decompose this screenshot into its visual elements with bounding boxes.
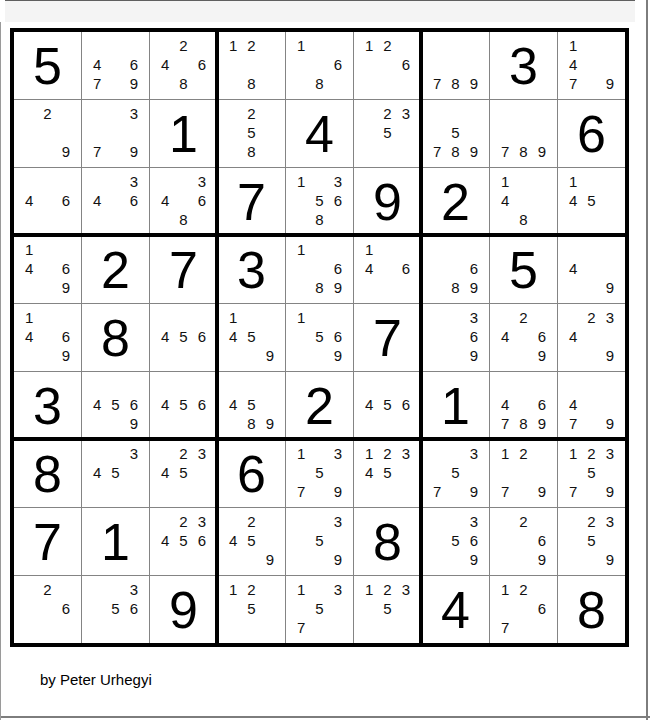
cell-r6c7[interactable]: 1 [422,372,489,439]
cell-r6c8[interactable]: 46789 [490,372,557,439]
candidate-digit: 4 [569,57,577,72]
big-digit: 7 [169,244,198,296]
candidate-digit: 2 [43,582,51,597]
candidate-digit: 6 [198,193,206,208]
candidate-digit: 1 [297,38,305,53]
big-digit: 7 [33,516,62,568]
cell-r1c5[interactable]: 168 [286,32,353,99]
candidate-digit: 6 [334,261,342,276]
cell-r8c6[interactable]: 8 [354,508,421,575]
big-digit: 7 [237,176,266,228]
candidate-digit: 8 [179,76,187,91]
candidate-digit: 4 [93,397,101,412]
cell-r8c8[interactable]: 269 [490,508,557,575]
top-strip [5,0,635,22]
candidate-digit: 2 [247,582,255,597]
cell-r7c3[interactable]: 2345 [150,440,217,507]
cell-r3c6[interactable]: 9 [354,168,421,235]
candidate-digit: 2 [383,38,391,53]
candidate-digit: 6 [334,57,342,72]
candidate-digit: 6 [130,193,138,208]
candidate-digit: 4 [569,261,577,276]
candidate-digit: 9 [606,484,614,499]
candidate-digit: 6 [538,601,546,616]
candidate-digit: 1 [501,446,509,461]
candidate-digit: 9 [62,348,70,363]
candidate-digit: 1 [297,174,305,189]
candidate-digit: 8 [519,144,527,159]
candidate-digit: 5 [247,125,255,140]
candidate-digit: 9 [130,144,138,159]
candidate-digit: 4 [93,465,101,480]
candidate-digit: 5 [179,465,187,480]
candidate-digit: 3 [334,514,342,529]
candidate-digit: 9 [470,144,478,159]
author-caption: by Peter Urhegyi [40,671,152,688]
candidate-digit: 2 [383,582,391,597]
cell-r7c4[interactable]: 6 [218,440,285,507]
cell-r4c7[interactable]: 689 [422,236,489,303]
cell-r9c7[interactable]: 4 [422,576,489,643]
candidate-digit: 6 [470,533,478,548]
candidate-digit: 3 [130,174,138,189]
candidate-digit: 1 [365,446,373,461]
candidate-digit: 9 [470,484,478,499]
candidate-digit: 7 [569,416,577,431]
candidate-digit: 3 [606,514,614,529]
candidate-digit: 2 [383,446,391,461]
candidate-digit: 9 [334,280,342,295]
candidate-digit: 7 [501,620,509,635]
candidate-digit: 4 [501,193,509,208]
candidate-digit: 7 [569,484,577,499]
candidate-digit: 2 [587,446,595,461]
candidate-digit: 6 [62,601,70,616]
candidate-digit: 6 [198,329,206,344]
candidate-digit: 2 [247,514,255,529]
frame-bottom-border [0,716,650,718]
candidate-digit: 4 [161,329,169,344]
candidate-digit: 3 [402,106,410,121]
candidate-digit: 5 [315,601,323,616]
cell-r3c4[interactable]: 7 [218,168,285,235]
cell-r6c4[interactable]: 4589 [218,372,285,439]
cell-r8c3[interactable]: 23456 [150,508,217,575]
candidate-digit: 9 [538,144,546,159]
candidate-digit: 2 [179,38,187,53]
big-digit: 1 [101,516,130,568]
sudoku-grid: 5467924681281681267893147929379125842355… [10,28,629,647]
candidate-digit: 4 [501,329,509,344]
cell-r1c1[interactable]: 5 [14,32,81,99]
big-digit: 4 [441,584,470,636]
box-separator-vertical-1 [215,28,219,647]
cell-r7c6[interactable]: 12345 [354,440,421,507]
big-digit: 8 [101,312,130,364]
candidate-digit: 9 [606,552,614,567]
cell-r5c6[interactable]: 7 [354,304,421,371]
cell-r8c9[interactable]: 2359 [558,508,625,575]
big-digit: 3 [237,244,266,296]
candidate-digit: 9 [470,552,478,567]
cell-r6c3[interactable]: 456 [150,372,217,439]
cell-r4c3[interactable]: 7 [150,236,217,303]
candidate-digit: 5 [587,193,595,208]
candidate-digit: 4 [569,329,577,344]
cell-r4c4[interactable]: 3 [218,236,285,303]
cell-r8c1[interactable]: 7 [14,508,81,575]
candidate-digit: 5 [111,465,119,480]
candidate-digit: 9 [606,416,614,431]
candidate-digit: 3 [470,310,478,325]
big-digit: 5 [509,244,538,296]
candidate-digit: 1 [569,38,577,53]
candidate-digit: 3 [130,106,138,121]
big-digit: 8 [33,448,62,500]
candidate-digit: 9 [470,76,478,91]
candidate-digit: 6 [62,261,70,276]
candidate-digit: 7 [297,620,305,635]
candidate-digit: 9 [266,348,274,363]
cell-r8c4[interactable]: 2459 [218,508,285,575]
cell-r9c6[interactable]: 1235 [354,576,421,643]
candidate-digit: 6 [402,397,410,412]
candidate-digit: 4 [161,57,169,72]
cell-r4c5[interactable]: 1689 [286,236,353,303]
cell-r7c2[interactable]: 345 [82,440,149,507]
cell-r5c7[interactable]: 369 [422,304,489,371]
candidate-digit: 1 [569,174,577,189]
candidate-digit: 2 [587,310,595,325]
candidate-digit: 5 [315,465,323,480]
cell-r1c3[interactable]: 2468 [150,32,217,99]
candidate-digit: 6 [62,193,70,208]
candidate-digit: 3 [130,582,138,597]
candidate-digit: 6 [62,329,70,344]
cell-r2c9[interactable]: 6 [558,100,625,167]
big-digit: 8 [577,584,606,636]
candidate-digit: 1 [25,310,33,325]
candidate-digit: 9 [130,76,138,91]
candidate-digit: 9 [606,348,614,363]
candidate-digit: 2 [519,310,527,325]
big-digit: 1 [169,108,198,160]
candidate-digit: 2 [43,106,51,121]
cell-r2c3[interactable]: 1 [150,100,217,167]
cell-r2c8[interactable]: 789 [490,100,557,167]
candidate-digit: 9 [606,280,614,295]
candidate-digit: 8 [179,212,187,227]
candidate-digit: 6 [130,397,138,412]
candidate-digit: 4 [161,533,169,548]
candidate-digit: 8 [519,212,527,227]
candidate-digit: 5 [315,329,323,344]
cell-r9c8[interactable]: 1267 [490,576,557,643]
cell-r6c9[interactable]: 479 [558,372,625,439]
cell-r3c5[interactable]: 13568 [286,168,353,235]
candidate-digit: 1 [229,310,237,325]
cell-r2c5[interactable]: 4 [286,100,353,167]
candidate-digit: 3 [606,446,614,461]
big-digit: 2 [441,176,470,228]
candidate-digit: 9 [470,280,478,295]
candidate-digit: 5 [383,465,391,480]
candidate-digit: 4 [569,193,577,208]
candidate-digit: 9 [606,76,614,91]
candidate-digit: 9 [538,484,546,499]
cell-r9c2[interactable]: 356 [82,576,149,643]
candidate-digit: 4 [229,329,237,344]
big-digit: 9 [373,176,402,228]
candidate-digit: 2 [519,514,527,529]
cell-r7c1[interactable]: 8 [14,440,81,507]
candidate-digit: 9 [334,348,342,363]
candidate-digit: 6 [402,261,410,276]
candidate-digit: 2 [179,514,187,529]
big-digit: 2 [101,244,130,296]
cell-r1c4[interactable]: 128 [218,32,285,99]
candidate-digit: 2 [519,582,527,597]
candidate-digit: 1 [365,38,373,53]
cell-r3c2[interactable]: 346 [82,168,149,235]
candidate-digit: 9 [538,348,546,363]
candidate-digit: 6 [334,193,342,208]
candidate-digit: 4 [229,533,237,548]
candidate-digit: 6 [538,329,546,344]
cell-r5c1[interactable]: 1469 [14,304,81,371]
cell-r5c2[interactable]: 8 [82,304,149,371]
cell-r7c7[interactable]: 3579 [422,440,489,507]
candidate-digit: 8 [315,280,323,295]
frame-left-border [0,22,1,720]
candidate-digit: 2 [247,106,255,121]
candidate-digit: 5 [111,397,119,412]
candidate-digit: 4 [25,261,33,276]
candidate-digit: 5 [451,533,459,548]
candidate-digit: 4 [25,193,33,208]
candidate-digit: 1 [501,174,509,189]
cell-r1c7[interactable]: 789 [422,32,489,99]
big-digit: 7 [373,312,402,364]
candidate-digit: 1 [365,582,373,597]
candidate-digit: 2 [179,446,187,461]
candidate-digit: 5 [247,397,255,412]
candidate-digit: 9 [266,416,274,431]
cell-r5c9[interactable]: 2349 [558,304,625,371]
candidate-digit: 6 [198,397,206,412]
big-digit: 3 [33,380,62,432]
big-digit: 1 [441,380,470,432]
candidate-digit: 3 [606,310,614,325]
candidate-digit: 8 [451,280,459,295]
candidate-digit: 1 [25,242,33,257]
big-digit: 5 [33,40,62,92]
candidate-digit: 9 [62,144,70,159]
candidate-digit: 6 [402,57,410,72]
cell-r4c8[interactable]: 5 [490,236,557,303]
candidate-digit: 7 [501,484,509,499]
candidate-digit: 5 [179,329,187,344]
cell-r7c8[interactable]: 1279 [490,440,557,507]
candidate-digit: 6 [470,329,478,344]
cell-r2c7[interactable]: 5789 [422,100,489,167]
candidate-digit: 1 [297,446,305,461]
cell-r9c5[interactable]: 1357 [286,576,353,643]
cell-r2c6[interactable]: 235 [354,100,421,167]
candidate-digit: 7 [93,76,101,91]
candidate-digit: 3 [130,446,138,461]
candidate-digit: 8 [451,144,459,159]
candidate-digit: 8 [247,144,255,159]
cell-r3c9[interactable]: 145 [558,168,625,235]
candidate-digit: 7 [501,144,509,159]
candidate-digit: 7 [433,484,441,499]
cell-r3c7[interactable]: 2 [422,168,489,235]
cell-r5c4[interactable]: 1459 [218,304,285,371]
cell-r9c3[interactable]: 9 [150,576,217,643]
candidate-digit: 5 [383,601,391,616]
cell-r2c4[interactable]: 258 [218,100,285,167]
big-digit: 4 [305,108,334,160]
candidate-digit: 3 [198,514,206,529]
box-separator-horizontal-2 [10,437,629,441]
candidate-digit: 4 [501,397,509,412]
candidate-digit: 7 [433,76,441,91]
cell-r5c3[interactable]: 456 [150,304,217,371]
candidate-digit: 2 [587,514,595,529]
candidate-digit: 7 [433,144,441,159]
candidate-digit: 3 [470,446,478,461]
candidate-digit: 3 [334,582,342,597]
cell-r8c5[interactable]: 359 [286,508,353,575]
candidate-digit: 1 [297,310,305,325]
cell-r2c1[interactable]: 29 [14,100,81,167]
cell-r9c1[interactable]: 26 [14,576,81,643]
sudoku-board: 5467924681281681267893147929379125842355… [10,28,629,647]
big-digit: 6 [577,108,606,160]
candidate-digit: 6 [538,397,546,412]
cell-r7c9[interactable]: 123579 [558,440,625,507]
candidate-digit: 1 [501,582,509,597]
candidate-digit: 8 [519,416,527,431]
candidate-digit: 1 [229,38,237,53]
candidate-digit: 8 [451,76,459,91]
candidate-digit: 6 [198,533,206,548]
candidate-digit: 9 [334,484,342,499]
candidate-digit: 6 [538,533,546,548]
candidate-digit: 5 [247,533,255,548]
candidate-digit: 9 [334,552,342,567]
candidate-digit: 6 [198,57,206,72]
candidate-digit: 3 [198,174,206,189]
cell-r4c9[interactable]: 49 [558,236,625,303]
candidate-digit: 5 [451,125,459,140]
candidate-digit: 4 [365,397,373,412]
candidate-digit: 4 [93,57,101,72]
cell-r6c5[interactable]: 2 [286,372,353,439]
candidate-digit: 4 [161,397,169,412]
cell-r1c9[interactable]: 1479 [558,32,625,99]
candidate-digit: 5 [179,533,187,548]
big-digit: 8 [373,516,402,568]
cell-r4c6[interactable]: 146 [354,236,421,303]
cell-r1c6[interactable]: 126 [354,32,421,99]
cell-r3c3[interactable]: 3468 [150,168,217,235]
cell-r5c5[interactable]: 1569 [286,304,353,371]
candidate-digit: 1 [365,242,373,257]
candidate-digit: 5 [587,533,595,548]
cell-r3c8[interactable]: 148 [490,168,557,235]
big-digit: 3 [509,40,538,92]
cell-r4c1[interactable]: 1469 [14,236,81,303]
candidate-digit: 6 [470,261,478,276]
cell-r4c2[interactable]: 2 [82,236,149,303]
cell-r3c1[interactable]: 46 [14,168,81,235]
cell-r1c8[interactable]: 3 [490,32,557,99]
candidate-digit: 9 [130,416,138,431]
candidate-digit: 8 [315,76,323,91]
candidate-digit: 9 [62,280,70,295]
candidate-digit: 3 [470,514,478,529]
candidate-digit: 5 [383,125,391,140]
cell-r5c8[interactable]: 2469 [490,304,557,371]
candidate-digit: 5 [111,601,119,616]
candidate-digit: 7 [297,484,305,499]
candidate-digit: 4 [161,193,169,208]
cell-r6c1[interactable]: 3 [14,372,81,439]
cell-r8c7[interactable]: 3569 [422,508,489,575]
candidate-digit: 2 [519,446,527,461]
candidate-digit: 6 [130,57,138,72]
candidate-digit: 1 [297,242,305,257]
cell-r8c2[interactable]: 1 [82,508,149,575]
cell-r2c2[interactable]: 379 [82,100,149,167]
candidate-digit: 4 [569,397,577,412]
candidate-digit: 5 [179,397,187,412]
big-digit: 2 [305,380,334,432]
candidate-digit: 3 [402,582,410,597]
box-separator-vertical-2 [419,28,423,647]
candidate-digit: 2 [383,106,391,121]
candidate-digit: 1 [229,582,237,597]
cell-r9c4[interactable]: 125 [218,576,285,643]
candidate-digit: 6 [130,601,138,616]
candidate-digit: 4 [365,261,373,276]
candidate-digit: 9 [266,552,274,567]
candidate-digit: 2 [247,38,255,53]
candidate-digit: 5 [383,397,391,412]
frame-right-border [646,0,648,720]
candidate-digit: 1 [569,446,577,461]
candidate-digit: 5 [451,465,459,480]
cell-r6c2[interactable]: 4569 [82,372,149,439]
candidate-digit: 5 [315,533,323,548]
candidate-digit: 5 [247,601,255,616]
candidate-digit: 5 [315,193,323,208]
candidate-digit: 4 [365,465,373,480]
cell-r7c5[interactable]: 13579 [286,440,353,507]
candidate-digit: 5 [587,465,595,480]
cell-r6c6[interactable]: 456 [354,372,421,439]
candidate-digit: 9 [470,348,478,363]
cell-r1c2[interactable]: 4679 [82,32,149,99]
candidate-digit: 8 [247,416,255,431]
candidate-digit: 5 [247,329,255,344]
candidate-digit: 3 [334,446,342,461]
cell-r9c9[interactable]: 8 [558,576,625,643]
candidate-digit: 4 [161,465,169,480]
candidate-digit: 9 [538,552,546,567]
